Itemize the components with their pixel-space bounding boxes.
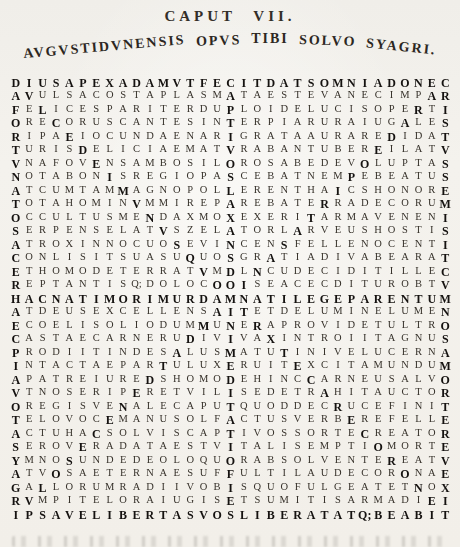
grid-cell-r18c5: U <box>63 305 76 319</box>
grid-cell-r32c23: T <box>304 494 317 508</box>
grid-cell-r17c19: A <box>251 291 264 305</box>
grid-cell-r32c24: I <box>318 494 331 508</box>
grid-cell-r12c32: I <box>425 224 438 238</box>
grid-cell-r28c9: D <box>116 440 129 454</box>
grid-cell-r12c13: S <box>170 224 183 238</box>
grid-cell-r18c12: L <box>157 305 170 319</box>
grid-cell-r16c11: D <box>143 278 156 292</box>
grid-cell-r5c5: E <box>63 130 76 144</box>
grid-cell-r6c14: M <box>184 143 197 157</box>
grid-cell-r17c5: A <box>63 291 76 305</box>
grid-cell-r22c28: M <box>371 359 384 373</box>
grid-cell-r32c21: M <box>277 494 290 508</box>
grid-cell-r14c31: R <box>412 251 425 265</box>
grid-cell-r31c9: R <box>116 480 129 494</box>
grid-cell-r18c17: I <box>224 305 237 319</box>
grid-cell-r32c1: R <box>9 494 22 508</box>
grid-cell-r18c32: E <box>425 305 438 319</box>
grid-cell-r10c32: U <box>425 197 438 211</box>
grid-cell-r18c6: S <box>76 305 89 319</box>
grid-cell-r10c6: O <box>76 197 89 211</box>
grid-cell-r12c5: E <box>63 224 76 238</box>
grid-cell-r19c27: E <box>358 318 371 332</box>
grid-cell-r8c2: O <box>22 170 35 184</box>
grid-cell-r3c20: I <box>264 103 277 117</box>
grid-cell-r2c21: S <box>277 89 290 103</box>
grid-cell-r8c12: G <box>157 170 170 184</box>
grid-cell-r15c16: M <box>210 264 223 278</box>
grid-cell-r29c17: O <box>224 453 237 467</box>
grid-cell-r10c26: A <box>345 197 358 211</box>
grid-cell-r8c32: U <box>425 170 438 184</box>
grid-cell-r10c9: N <box>116 197 129 211</box>
grid-cell-r25c32: I <box>425 399 438 413</box>
grid-cell-r15c11: R <box>143 264 156 278</box>
grid-cell-r23c4: T <box>49 372 62 386</box>
grid-cell-r21c31: R <box>412 345 425 359</box>
grid-cell-r18c30: U <box>398 305 411 319</box>
grid-cell-r3c9: A <box>116 103 129 117</box>
grid-cell-r5c10: N <box>130 130 143 144</box>
grid-cell-r6c17: V <box>224 143 237 157</box>
grid-cell-r4c26: A <box>345 116 358 130</box>
grid-cell-r25c27: C <box>358 399 371 413</box>
grid-cell-r29c6: U <box>76 453 89 467</box>
grid-cell-r6c23: T <box>304 143 317 157</box>
grid-cell-r18c14: N <box>184 305 197 319</box>
grid-cell-r33c18: L <box>237 507 250 521</box>
grid-cell-r14c24: D <box>318 251 331 265</box>
grid-cell-r9c22: T <box>291 184 304 198</box>
grid-cell-r2c18: T <box>237 89 250 103</box>
grid-cell-r26c16: F <box>210 413 223 427</box>
grid-cell-r13c12: O <box>157 237 170 251</box>
grid-cell-r17c7: I <box>90 291 103 305</box>
grid-cell-r8c20: B <box>264 170 277 184</box>
grid-cell-r30c25: D <box>331 467 344 481</box>
grid-cell-r30c5: S <box>63 467 76 481</box>
grid-cell-r6c2: U <box>22 143 35 157</box>
grid-cell-r33c27: Q; <box>358 507 371 521</box>
grid-cell-r31c7: U <box>90 480 103 494</box>
grid-cell-r21c24: I <box>318 345 331 359</box>
grid-cell-r30c33: E <box>439 467 452 481</box>
grid-cell-r10c16: P <box>210 197 223 211</box>
grid-cell-r18c27: N <box>358 305 371 319</box>
grid-cell-r11c22: I <box>291 211 304 225</box>
grid-cell-r4c2: R <box>22 116 35 130</box>
grid-cell-r13c33: I <box>439 237 452 251</box>
grid-cell-r33c3: S <box>36 507 49 521</box>
grid-cell-r30c23: A <box>304 467 317 481</box>
grid-cell-r11c9: M <box>116 211 129 225</box>
grid-cell-r19c23: O <box>304 318 317 332</box>
grid-cell-r26c19: T <box>251 413 264 427</box>
grid-cell-r21c25: V <box>331 345 344 359</box>
grid-cell-r3c25: C <box>331 103 344 117</box>
grid-cell-r7c32: A <box>425 157 438 171</box>
grid-cell-r29c8: D <box>103 453 116 467</box>
grid-cell-r25c16: U <box>210 399 223 413</box>
grid-cell-r20c13: U <box>170 332 183 346</box>
grid-cell-r3c14: R <box>184 103 197 117</box>
grid-cell-r33c32: I <box>425 507 438 521</box>
grid-cell-r10c27: D <box>358 197 371 211</box>
grid-cell-r14c30: A <box>398 251 411 265</box>
grid-cell-r3c17: P <box>224 103 237 117</box>
grid-cell-r4c23: R <box>304 116 317 130</box>
grid-cell-r13c18: C <box>237 237 250 251</box>
grid-cell-r7c13: O <box>170 157 183 171</box>
grid-cell-r10c11: M <box>143 197 156 211</box>
grid-cell-r10c23: E <box>304 197 317 211</box>
grid-cell-r21c18: A <box>237 345 250 359</box>
grid-cell-r4c27: I <box>358 116 371 130</box>
grid-cell-r22c2: N <box>22 359 35 373</box>
grid-cell-r5c3: P <box>36 130 49 144</box>
grid-cell-r31c27: A <box>358 480 371 494</box>
grid-cell-r15c26: D <box>345 264 358 278</box>
grid-cell-r4c20: P <box>264 116 277 130</box>
grid-cell-r22c13: U <box>170 359 183 373</box>
grid-cell-r27c6: A <box>76 426 89 440</box>
grid-cell-r6c13: E <box>170 143 183 157</box>
grid-cell-r20c20: X <box>264 332 277 346</box>
grid-cell-r28c12: A <box>157 440 170 454</box>
grid-cell-r8c9: S <box>116 170 129 184</box>
grid-cell-r4c18: E <box>237 116 250 130</box>
grid-cell-r5c20: A <box>264 130 277 144</box>
grid-cell-r15c9: T <box>116 264 129 278</box>
grid-cell-r25c20: O <box>264 399 277 413</box>
grid-cell-r19c22: R <box>291 318 304 332</box>
grid-cell-r15c22: D <box>291 264 304 278</box>
grid-cell-r12c18: T <box>237 224 250 238</box>
grid-cell-r18c9: C <box>116 305 129 319</box>
grid-cell-r8c27: E <box>358 170 371 184</box>
grid-cell-r11c2: C <box>22 211 35 225</box>
grid-cell-r6c18: R <box>237 143 250 157</box>
grid-cell-r13c2: T <box>22 237 35 251</box>
grid-cell-r2c15: S <box>197 89 210 103</box>
grid-cell-r5c32: A <box>425 130 438 144</box>
grid-cell-r26c9: M <box>116 413 129 427</box>
grid-cell-r28c2: E <box>22 440 35 454</box>
grid-cell-r4c14: S <box>184 116 197 130</box>
grid-cell-r30c11: N <box>143 467 156 481</box>
grid-cell-r17c22: L <box>291 291 304 305</box>
grid-cell-r7c25: E <box>331 157 344 171</box>
grid-cell-r30c12: A <box>157 467 170 481</box>
grid-cell-r2c20: E <box>264 89 277 103</box>
grid-cell-r6c16: T <box>210 143 223 157</box>
grid-cell-r27c25: T <box>331 426 344 440</box>
grid-cell-r31c29: E <box>385 480 398 494</box>
grid-cell-r32c32: E <box>425 494 438 508</box>
grid-cell-r26c32: L <box>425 413 438 427</box>
grid-cell-r25c31: N <box>412 399 425 413</box>
grid-cell-r11c13: A <box>170 211 183 225</box>
grid-cell-r3c13: E <box>170 103 183 117</box>
grid-cell-r6c3: R <box>36 143 49 157</box>
grid-cell-r29c23: L <box>304 453 317 467</box>
grid-cell-r16c13: L <box>170 278 183 292</box>
grid-cell-r9c33: E <box>439 184 452 198</box>
grid-cell-r2c5: S <box>63 89 76 103</box>
grid-cell-r11c19: X <box>251 211 264 225</box>
grid-cell-r9c25: I <box>331 184 344 198</box>
grid-cell-r17c11: I <box>143 291 156 305</box>
grid-cell-r32c20: U <box>264 494 277 508</box>
grid-cell-r27c19: V <box>251 426 264 440</box>
grid-cell-r6c1: T <box>9 143 22 157</box>
grid-cell-r29c11: E <box>143 453 156 467</box>
grid-cell-r22c6: T <box>76 359 89 373</box>
grid-cell-r24c9: P <box>116 386 129 400</box>
grid-cell-r32c7: E <box>90 494 103 508</box>
grid-cell-r2c7: C <box>90 89 103 103</box>
grid-cell-r20c6: E <box>76 332 89 346</box>
grid-cell-r2c28: C <box>371 89 384 103</box>
grid-cell-r19c5: L <box>63 318 76 332</box>
grid-cell-r30c22: L <box>291 467 304 481</box>
grid-cell-r6c5: S <box>63 143 76 157</box>
grid-cell-r19c21: P <box>277 318 290 332</box>
grid-cell-r11c24: A <box>318 211 331 225</box>
grid-cell-r10c13: I <box>170 197 183 211</box>
poem-title-word: AVGVSTIDVNENSIS <box>23 32 187 62</box>
grid-cell-r4c7: U <box>90 116 103 130</box>
grid-cell-r31c17: I <box>224 480 237 494</box>
grid-cell-r25c18: Q <box>237 399 250 413</box>
grid-cell-r30c4: O <box>49 467 62 481</box>
grid-cell-r31c21: O <box>277 480 290 494</box>
grid-cell-r28c27: I <box>358 440 371 454</box>
grid-cell-r23c32: V <box>425 372 438 386</box>
grid-cell-r20c26: I <box>345 332 358 346</box>
grid-cell-r24c11: R <box>143 386 156 400</box>
grid-cell-r24c23: R <box>304 386 317 400</box>
grid-cell-r21c4: D <box>49 345 62 359</box>
grid-cell-r16c26: I <box>345 278 358 292</box>
grid-cell-r25c26: U <box>345 399 358 413</box>
grid-cell-r33c8: I <box>103 507 116 521</box>
grid-cell-r18c25: M <box>331 305 344 319</box>
grid-cell-r7c8: N <box>103 157 116 171</box>
grid-cell-r6c27: R <box>358 143 371 157</box>
grid-cell-r29c15: Q <box>197 453 210 467</box>
grid-cell-r19c1: E <box>9 318 22 332</box>
grid-cell-r31c2: A <box>22 480 35 494</box>
grid-cell-r26c13: S <box>170 413 183 427</box>
grid-cell-r28c10: A <box>130 440 143 454</box>
grid-cell-r22c12: T <box>157 359 170 373</box>
grid-cell-r19c4: E <box>49 318 62 332</box>
grid-cell-r6c10: C <box>130 143 143 157</box>
grid-cell-r14c27: A <box>358 251 371 265</box>
grid-cell-r28c11: T <box>143 440 156 454</box>
grid-cell-r33c31: B <box>412 507 425 521</box>
grid-cell-r23c31: L <box>412 372 425 386</box>
grid-cell-r30c21: I <box>277 467 290 481</box>
grid-cell-r4c22: A <box>291 116 304 130</box>
grid-cell-r27c32: O <box>425 426 438 440</box>
grid-cell-r8c11: E <box>143 170 156 184</box>
grid-cell-r33c17: S <box>224 507 237 521</box>
grid-cell-r20c15: I <box>197 332 210 346</box>
grid-cell-r30c20: T <box>264 467 277 481</box>
grid-cell-r7c6: V <box>76 157 89 171</box>
grid-cell-r25c30: I <box>398 399 411 413</box>
grid-cell-r25c10: A <box>130 399 143 413</box>
grid-cell-r11c3: C <box>36 211 49 225</box>
grid-cell-r22c10: A <box>130 359 143 373</box>
grid-cell-r30c18: U <box>237 467 250 481</box>
grid-cell-r19c8: O <box>103 318 116 332</box>
grid-cell-r31c4: L <box>49 480 62 494</box>
grid-cell-r13c24: L <box>318 237 331 251</box>
grid-cell-r13c20: N <box>264 237 277 251</box>
grid-cell-r27c29: E <box>385 426 398 440</box>
grid-cell-r26c10: A <box>130 413 143 427</box>
grid-cell-r8c3: T <box>36 170 49 184</box>
grid-cell-r21c17: M <box>224 345 237 359</box>
grid-cell-r16c14: O <box>184 278 197 292</box>
poem-title: AVGVSTIDVNENSISOPVSTIBISOLVOSYAGRI. <box>0 32 460 48</box>
grid-cell-r22c7: A <box>90 359 103 373</box>
grid-cell-r12c17: A <box>224 224 237 238</box>
grid-cell-r15c17: D <box>224 264 237 278</box>
grid-cell-r4c29: G <box>385 116 398 130</box>
grid-cell-r33c22: R <box>291 507 304 521</box>
grid-cell-r14c17: S <box>224 251 237 265</box>
grid-cell-r33c4: A <box>49 507 62 521</box>
grid-cell-r24c12: E <box>157 386 170 400</box>
grid-cell-r20c7: C <box>90 332 103 346</box>
grid-cell-r22c26: T <box>345 359 358 373</box>
grid-cell-r26c28: E <box>371 413 384 427</box>
grid-cell-r13c27: N <box>358 237 371 251</box>
grid-cell-r29c22: O <box>291 453 304 467</box>
grid-cell-r28c19: A <box>251 440 264 454</box>
grid-cell-r13c25: L <box>331 237 344 251</box>
grid-cell-r28c23: E <box>304 440 317 454</box>
grid-cell-r30c9: E <box>116 467 129 481</box>
grid-cell-r31c23: U <box>304 480 317 494</box>
grid-cell-r33c13: A <box>170 507 183 521</box>
grid-cell-r20c3: S <box>36 332 49 346</box>
grid-cell-r6c33: V <box>439 143 452 157</box>
grid-cell-r20c31: N <box>412 332 425 346</box>
grid-cell-r19c11: O <box>143 318 156 332</box>
grid-cell-r28c17: I <box>224 440 237 454</box>
grid-cell-r18c19: E <box>251 305 264 319</box>
grid-cell-r26c29: F <box>385 413 398 427</box>
grid-cell-r12c8: E <box>103 224 116 238</box>
grid-cell-r7c21: A <box>277 157 290 171</box>
grid-cell-r24c19: E <box>251 386 264 400</box>
grid-cell-r9c6: T <box>76 184 89 198</box>
grid-cell-r3c31: R <box>412 103 425 117</box>
grid-cell-r3c27: S <box>358 103 371 117</box>
grid-cell-r5c33: T <box>439 130 452 144</box>
grid-cell-r16c2: E <box>22 278 35 292</box>
grid-cell-r17c33: M <box>439 291 452 305</box>
grid-cell-r24c17: I <box>224 386 237 400</box>
grid-cell-r32c3: M <box>36 494 49 508</box>
grid-cell-r23c28: U <box>371 372 384 386</box>
grid-cell-r24c15: I <box>197 386 210 400</box>
grid-cell-r9c23: H <box>304 184 317 198</box>
grid-cell-r31c22: F <box>291 480 304 494</box>
grid-cell-r27c15: A <box>197 426 210 440</box>
grid-cell-r24c20: D <box>264 386 277 400</box>
grid-cell-r24c3: N <box>36 386 49 400</box>
grid-cell-r23c19: H <box>251 372 264 386</box>
grid-cell-r19c33: O <box>439 318 452 332</box>
grid-cell-r27c22: S <box>291 426 304 440</box>
grid-cell-r9c29: O <box>385 184 398 198</box>
grid-cell-r10c7: M <box>90 197 103 211</box>
grid-cell-r9c5: M <box>63 184 76 198</box>
grid-cell-r27c1: A <box>9 426 22 440</box>
grid-cell-r9c18: E <box>237 184 250 198</box>
grid-cell-r19c9: L <box>116 318 129 332</box>
grid-cell-r6c28: E <box>371 143 384 157</box>
grid-cell-r5c25: R <box>331 130 344 144</box>
grid-cell-r33c25: A <box>331 507 344 521</box>
grid-cell-r26c14: O <box>184 413 197 427</box>
grid-cell-r27c18: I <box>237 426 250 440</box>
grid-cell-r13c30: E <box>398 237 411 251</box>
grid-cell-r2c8: O <box>103 89 116 103</box>
grid-cell-r22c25: I <box>331 359 344 373</box>
grid-cell-r15c20: C <box>264 264 277 278</box>
grid-cell-r26c27: R <box>358 413 371 427</box>
grid-cell-r3c3: L <box>36 103 49 117</box>
grid-cell-r6c7: E <box>90 143 103 157</box>
grid-cell-r24c1: V <box>9 386 22 400</box>
grid-cell-r26c25: B <box>331 413 344 427</box>
grid-cell-r2c25: A <box>331 89 344 103</box>
grid-cell-r2c17: A <box>224 89 237 103</box>
grid-cell-r6c24: U <box>318 143 331 157</box>
grid-cell-r26c8: E <box>103 413 116 427</box>
grid-cell-r33c30: A <box>398 507 411 521</box>
grid-cell-r27c9: O <box>116 426 129 440</box>
grid-cell-r14c33: T <box>439 251 452 265</box>
grid-cell-r23c9: R <box>116 372 129 386</box>
grid-cell-r4c3: E <box>36 116 49 130</box>
grid-cell-r9c1: A <box>9 184 22 198</box>
grid-cell-r23c3: A <box>36 372 49 386</box>
grid-cell-r26c26: E <box>345 413 358 427</box>
grid-cell-r28c18: T <box>237 440 250 454</box>
grid-cell-r32c10: R <box>130 494 143 508</box>
grid-cell-r16c25: D <box>331 278 344 292</box>
grid-cell-r18c13: E <box>170 305 183 319</box>
grid-cell-r16c29: R <box>385 278 398 292</box>
grid-cell-r32c22: I <box>291 494 304 508</box>
grid-cell-r22c18: R <box>237 359 250 373</box>
grid-cell-r12c7: S <box>90 224 103 238</box>
grid-cell-r17c30: N <box>398 291 411 305</box>
grid-cell-r21c26: E <box>345 345 358 359</box>
grid-cell-r19c32: R <box>425 318 438 332</box>
grid-cell-r3c8: P <box>103 103 116 117</box>
grid-cell-r23c12: S <box>157 372 170 386</box>
grid-cell-r31c8: M <box>103 480 116 494</box>
